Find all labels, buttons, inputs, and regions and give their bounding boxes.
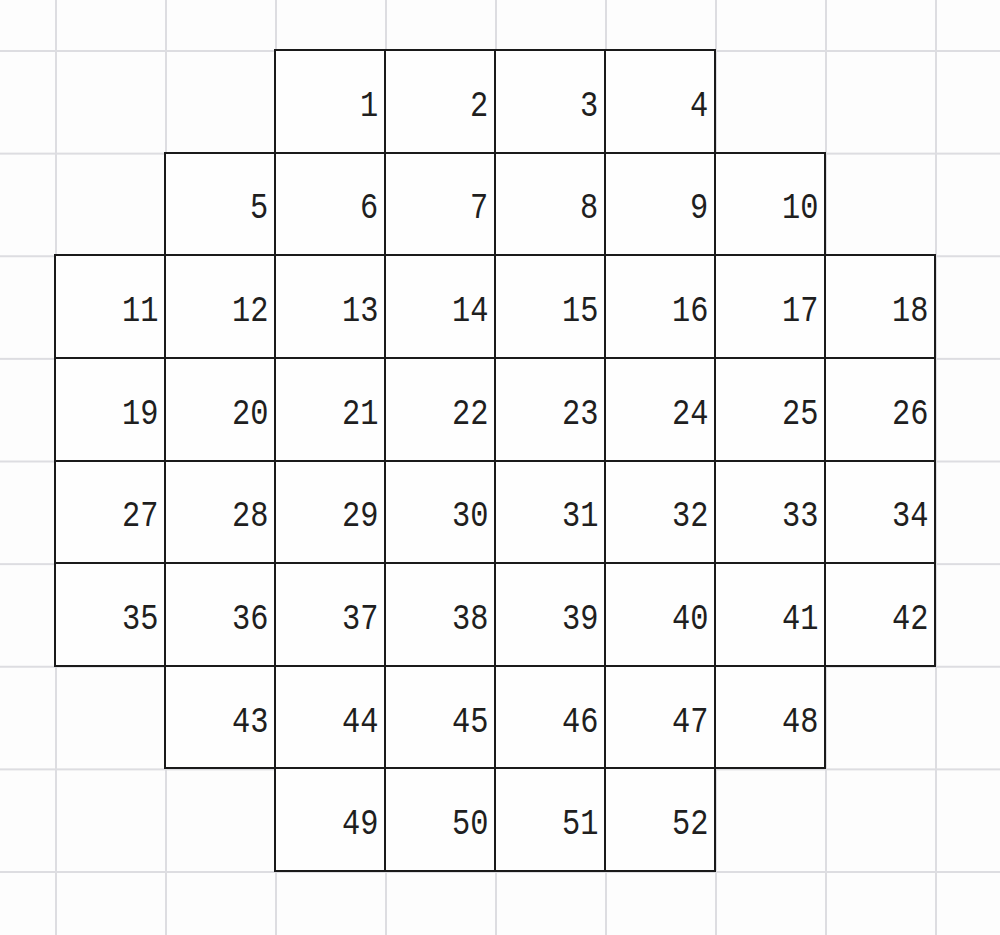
grid-cell-38: 38 [384, 562, 496, 667]
grid-cell-21: 21 [274, 357, 386, 462]
cell-number: 25 [782, 396, 818, 433]
cell-number: 15 [562, 293, 598, 330]
grid-cell-43: 43 [164, 665, 276, 770]
grid-cell-39: 39 [494, 562, 606, 667]
cell-number: 45 [452, 704, 488, 741]
cell-number: 24 [672, 396, 708, 433]
grid-cell-12: 12 [164, 254, 276, 359]
cell-number: 13 [342, 293, 378, 330]
grid-cell-51: 51 [494, 767, 606, 872]
cell-number: 10 [782, 190, 818, 227]
grid-cell-47: 47 [604, 665, 716, 770]
grid-cell-6: 6 [274, 152, 386, 257]
cell-number: 5 [250, 190, 268, 227]
cell-number: 48 [782, 704, 818, 741]
cell-number: 19 [122, 396, 158, 433]
cell-number: 11 [122, 293, 158, 330]
grid-cell-24: 24 [604, 357, 716, 462]
grid-cell-29: 29 [274, 460, 386, 565]
grid-cell-3: 3 [494, 49, 606, 154]
cell-number: 16 [672, 293, 708, 330]
cell-number: 22 [452, 396, 488, 433]
cell-number: 40 [672, 601, 708, 638]
grid-cell-14: 14 [384, 254, 496, 359]
cell-number: 8 [580, 190, 598, 227]
cell-number: 51 [562, 806, 598, 843]
cell-number: 35 [122, 601, 158, 638]
cell-number: 41 [782, 601, 818, 638]
cell-number: 52 [672, 806, 708, 843]
grid-cell-50: 50 [384, 767, 496, 872]
grid-cell-23: 23 [494, 357, 606, 462]
grid-cell-22: 22 [384, 357, 496, 462]
cell-number: 6 [360, 190, 378, 227]
grid-cell-28: 28 [164, 460, 276, 565]
grid-cell-27: 27 [54, 460, 166, 565]
cell-number: 26 [892, 396, 928, 433]
cell-number: 2 [470, 88, 488, 125]
cell-number: 32 [672, 498, 708, 535]
grid-cell-49: 49 [274, 767, 386, 872]
grid-cell-11: 11 [54, 254, 166, 359]
grid-cell-45: 45 [384, 665, 496, 770]
cell-number: 34 [892, 498, 928, 535]
grid-cell-35: 35 [54, 562, 166, 667]
cell-number: 17 [782, 293, 818, 330]
grid-cell-46: 46 [494, 665, 606, 770]
cell-number: 36 [232, 601, 268, 638]
cell-number: 21 [342, 396, 378, 433]
cell-number: 37 [342, 601, 378, 638]
grid-cell-34: 34 [824, 460, 936, 565]
cell-number: 31 [562, 498, 598, 535]
grid-cell-30: 30 [384, 460, 496, 565]
grid-cell-18: 18 [824, 254, 936, 359]
grid-cell-5: 5 [164, 152, 276, 257]
cell-number: 23 [562, 396, 598, 433]
cell-number: 46 [562, 704, 598, 741]
cell-number: 44 [342, 704, 378, 741]
grid-cell-40: 40 [604, 562, 716, 667]
cell-number: 50 [452, 806, 488, 843]
grid-cell-8: 8 [494, 152, 606, 257]
cell-number: 30 [452, 498, 488, 535]
cell-number: 49 [342, 806, 378, 843]
grid-cell-36: 36 [164, 562, 276, 667]
cell-number: 12 [232, 293, 268, 330]
cell-number: 39 [562, 601, 598, 638]
grid-cell-9: 9 [604, 152, 716, 257]
grid-cell-13: 13 [274, 254, 386, 359]
grid-cell-42: 42 [824, 562, 936, 667]
grid-cell-26: 26 [824, 357, 936, 462]
grid-cell-17: 17 [714, 254, 826, 359]
cell-number: 1 [360, 88, 378, 125]
grid-cell-2: 2 [384, 49, 496, 154]
grid-cell-20: 20 [164, 357, 276, 462]
cell-number: 9 [690, 190, 708, 227]
grid-cell-41: 41 [714, 562, 826, 667]
grid-cell-52: 52 [604, 767, 716, 872]
cell-number: 4 [690, 88, 708, 125]
grid-cell-4: 4 [604, 49, 716, 154]
cell-number: 29 [342, 498, 378, 535]
cell-number: 28 [232, 498, 268, 535]
cell-number: 47 [672, 704, 708, 741]
cell-number: 7 [470, 190, 488, 227]
grid-cell-31: 31 [494, 460, 606, 565]
grid-cell-1: 1 [274, 49, 386, 154]
figure-canvas: 1234567891011121314151617181920212223242… [0, 0, 1000, 935]
grid-cell-10: 10 [714, 152, 826, 257]
grid-cell-16: 16 [604, 254, 716, 359]
numbered-octagon-grid: 1234567891011121314151617181920212223242… [55, 50, 935, 871]
cell-number: 14 [452, 293, 488, 330]
cell-number: 18 [892, 293, 928, 330]
cell-number: 27 [122, 498, 158, 535]
grid-cell-25: 25 [714, 357, 826, 462]
grid-cell-19: 19 [54, 357, 166, 462]
grid-cell-37: 37 [274, 562, 386, 667]
cell-number: 43 [232, 704, 268, 741]
cell-number: 33 [782, 498, 818, 535]
cell-number: 3 [580, 88, 598, 125]
grid-cell-44: 44 [274, 665, 386, 770]
grid-cell-7: 7 [384, 152, 496, 257]
grid-cell-32: 32 [604, 460, 716, 565]
cell-number: 38 [452, 601, 488, 638]
grid-cell-15: 15 [494, 254, 606, 359]
grid-cell-33: 33 [714, 460, 826, 565]
cell-number: 42 [892, 601, 928, 638]
cell-number: 20 [232, 396, 268, 433]
grid-cell-48: 48 [714, 665, 826, 770]
